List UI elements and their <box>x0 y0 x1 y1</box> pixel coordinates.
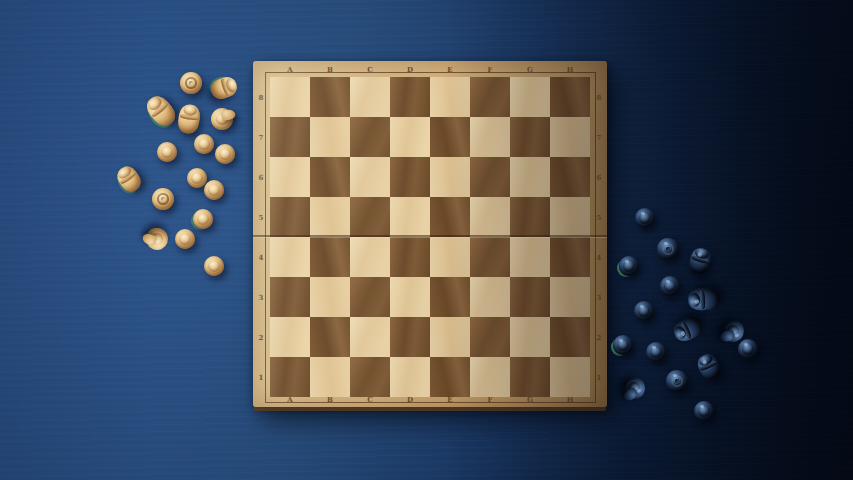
white-pawn[interactable] <box>215 144 235 164</box>
square-e1[interactable] <box>430 357 470 397</box>
square-b1[interactable] <box>310 357 350 397</box>
rank-label-left-1: 1 <box>254 357 268 397</box>
black-pawn[interactable] <box>619 256 639 276</box>
piece-head <box>208 184 220 196</box>
square-f3[interactable] <box>470 277 510 317</box>
white-bishop[interactable] <box>208 74 239 102</box>
square-a7[interactable] <box>270 117 310 157</box>
white-pawn[interactable] <box>193 209 213 229</box>
square-g4[interactable] <box>510 237 550 277</box>
square-d3[interactable] <box>390 277 430 317</box>
specular-highlight <box>641 212 645 215</box>
square-a8[interactable] <box>270 77 310 117</box>
white-pawn[interactable] <box>175 229 195 249</box>
square-d5[interactable] <box>390 197 430 237</box>
square-f4[interactable] <box>470 237 510 277</box>
specular-highlight <box>744 343 748 346</box>
file-label-top-g: G <box>510 63 550 76</box>
square-b6[interactable] <box>310 157 350 197</box>
rank-label-right-8: 8 <box>592 77 606 117</box>
file-label-top-b: B <box>310 63 350 76</box>
black-pawn[interactable] <box>738 339 758 359</box>
rank-label-left-7: 7 <box>254 117 268 157</box>
white-queen[interactable] <box>177 103 202 135</box>
file-label-top-d: D <box>390 63 430 76</box>
white-pawn[interactable] <box>204 256 224 276</box>
square-h7[interactable] <box>550 117 590 157</box>
piece-head <box>191 172 203 184</box>
knight-snout <box>221 109 236 121</box>
piece-head <box>197 213 209 225</box>
square-c5[interactable] <box>350 197 390 237</box>
specular-highlight <box>619 339 623 342</box>
square-a4[interactable] <box>270 237 310 277</box>
square-d6[interactable] <box>390 157 430 197</box>
rank-label-left-4: 4 <box>254 237 268 277</box>
piece-head <box>198 138 210 150</box>
square-c2[interactable] <box>350 317 390 357</box>
black-pawn[interactable] <box>660 276 680 296</box>
square-f7[interactable] <box>470 117 510 157</box>
square-b7[interactable] <box>310 117 350 157</box>
white-pawn[interactable] <box>204 180 224 200</box>
square-c3[interactable] <box>350 277 390 317</box>
square-e7[interactable] <box>430 117 470 157</box>
rook-center <box>189 81 193 85</box>
white-bishop[interactable] <box>113 163 144 196</box>
rank-label-right-1: 1 <box>592 357 606 397</box>
square-h8[interactable] <box>550 77 590 117</box>
square-e5[interactable] <box>430 197 470 237</box>
square-b3[interactable] <box>310 277 350 317</box>
specular-highlight <box>652 346 656 349</box>
square-g3[interactable] <box>510 277 550 317</box>
rank-labels-left: 87654321 <box>254 77 268 397</box>
scene: ABCDEFGH ABCDEFGH 87654321 87654321 <box>0 0 853 480</box>
square-h6[interactable] <box>550 157 590 197</box>
specular-highlight <box>666 280 670 283</box>
file-label-top-h: H <box>550 63 590 76</box>
specular-highlight <box>640 305 644 308</box>
rank-label-left-2: 2 <box>254 317 268 357</box>
square-h5[interactable] <box>550 197 590 237</box>
rank-label-left-5: 5 <box>254 197 268 237</box>
black-pawn[interactable] <box>634 301 654 321</box>
square-d8[interactable] <box>390 77 430 117</box>
square-a5[interactable] <box>270 197 310 237</box>
square-h3[interactable] <box>550 277 590 317</box>
file-label-top-c: C <box>350 63 390 76</box>
white-pawn[interactable] <box>194 134 214 154</box>
square-g7[interactable] <box>510 117 550 157</box>
square-a1[interactable] <box>270 357 310 397</box>
square-c4[interactable] <box>350 237 390 277</box>
black-rook[interactable] <box>657 238 679 260</box>
rank-label-right-7: 7 <box>592 117 606 157</box>
square-c8[interactable] <box>350 77 390 117</box>
rook-center <box>161 197 165 201</box>
square-g5[interactable] <box>510 197 550 237</box>
black-pawn[interactable] <box>646 342 666 362</box>
piece-head <box>179 233 191 245</box>
square-d7[interactable] <box>390 117 430 157</box>
file-labels-top: ABCDEFGH <box>270 63 590 76</box>
square-e4[interactable] <box>430 237 470 277</box>
square-h1[interactable] <box>550 357 590 397</box>
square-g8[interactable] <box>510 77 550 117</box>
square-e2[interactable] <box>430 317 470 357</box>
square-d4[interactable] <box>390 237 430 277</box>
square-e6[interactable] <box>430 157 470 197</box>
black-bishop[interactable] <box>687 246 713 276</box>
white-rook[interactable] <box>152 188 174 210</box>
rank-label-right-3: 3 <box>592 277 606 317</box>
piece-head <box>219 148 231 160</box>
square-f5[interactable] <box>470 197 510 237</box>
square-b8[interactable] <box>310 77 350 117</box>
white-pawn[interactable] <box>157 142 177 162</box>
square-g6[interactable] <box>510 157 550 197</box>
square-f2[interactable] <box>470 317 510 357</box>
rank-label-left-3: 3 <box>254 277 268 317</box>
rook-center <box>675 379 679 383</box>
black-bishop[interactable] <box>694 351 723 383</box>
black-pawn[interactable] <box>613 335 633 355</box>
square-g2[interactable] <box>510 317 550 357</box>
rank-label-right-4: 4 <box>592 237 606 277</box>
file-label-top-a: A <box>270 63 310 76</box>
square-a6[interactable] <box>270 157 310 197</box>
rank-label-left-6: 6 <box>254 157 268 197</box>
square-b5[interactable] <box>310 197 350 237</box>
rook-center <box>666 247 670 251</box>
white-knight[interactable] <box>209 106 234 131</box>
square-e3[interactable] <box>430 277 470 317</box>
square-b4[interactable] <box>310 237 350 277</box>
white-rook[interactable] <box>180 72 202 94</box>
piece-head <box>161 146 173 158</box>
square-f8[interactable] <box>470 77 510 117</box>
white-king[interactable] <box>142 92 179 131</box>
square-c6[interactable] <box>350 157 390 197</box>
rank-label-left-8: 8 <box>254 77 268 117</box>
rank-label-right-2: 2 <box>592 317 606 357</box>
black-king[interactable] <box>687 287 721 312</box>
square-a2[interactable] <box>270 317 310 357</box>
square-h4[interactable] <box>550 237 590 277</box>
rank-label-right-6: 6 <box>592 157 606 197</box>
square-e8[interactable] <box>430 77 470 117</box>
square-f6[interactable] <box>470 157 510 197</box>
square-d1[interactable] <box>390 357 430 397</box>
black-pawn[interactable] <box>694 401 714 421</box>
specular-highlight <box>625 260 629 263</box>
square-g1[interactable] <box>510 357 550 397</box>
specular-highlight <box>700 405 704 408</box>
piece-head <box>208 260 220 272</box>
square-f1[interactable] <box>470 357 510 397</box>
square-a3[interactable] <box>270 277 310 317</box>
file-label-top-f: F <box>470 63 510 76</box>
black-queen[interactable] <box>670 313 705 344</box>
black-knight[interactable] <box>619 373 650 404</box>
square-h2[interactable] <box>550 317 590 357</box>
rank-label-right-5: 5 <box>592 197 606 237</box>
board-grid <box>270 77 590 397</box>
white-knight[interactable] <box>143 225 171 253</box>
rank-labels-right: 87654321 <box>592 77 606 397</box>
black-pawn[interactable] <box>635 208 655 228</box>
square-c7[interactable] <box>350 117 390 157</box>
square-c1[interactable] <box>350 357 390 397</box>
file-label-top-e: E <box>430 63 470 76</box>
square-d2[interactable] <box>390 317 430 357</box>
square-b2[interactable] <box>310 317 350 357</box>
chess-board: ABCDEFGH ABCDEFGH 87654321 87654321 <box>253 61 607 407</box>
black-rook[interactable] <box>666 370 688 392</box>
